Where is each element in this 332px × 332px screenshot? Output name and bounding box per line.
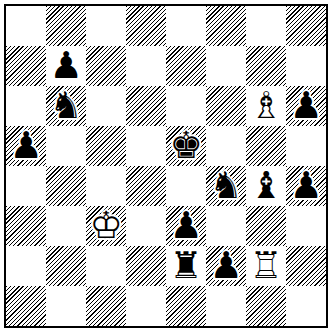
square-g5[interactable]: [246, 126, 286, 166]
square-d2[interactable]: [126, 246, 166, 286]
square-h4[interactable]: ♟: [286, 166, 326, 206]
black-pawn-h4: ♟: [286, 166, 326, 206]
square-h1[interactable]: [286, 286, 326, 326]
square-e6[interactable]: [166, 86, 206, 126]
square-a1[interactable]: [6, 286, 46, 326]
black-pawn-a5: ♟: [6, 126, 46, 166]
square-g1[interactable]: [246, 286, 286, 326]
square-d4[interactable]: [126, 166, 166, 206]
square-h6[interactable]: ♟: [286, 86, 326, 126]
black-pawn-e3: ♟: [166, 206, 206, 246]
black-pawn-h6: ♟: [286, 86, 326, 126]
square-d3[interactable]: [126, 206, 166, 246]
square-c5[interactable]: [86, 126, 126, 166]
square-g2[interactable]: ♜♖: [246, 246, 286, 286]
square-f1[interactable]: [206, 286, 246, 326]
square-e3[interactable]: ♟: [166, 206, 206, 246]
white-bishop-g6: ♝♗: [246, 86, 286, 126]
square-d6[interactable]: [126, 86, 166, 126]
square-e4[interactable]: [166, 166, 206, 206]
square-d7[interactable]: [126, 46, 166, 86]
black-knight-b6: ♞: [46, 86, 86, 126]
black-pawn-b7: ♟: [46, 46, 86, 86]
chess-diagram: ♟♞♝♗♟♟♚♞♝♟♚♔♟♜♟♜♖: [0, 0, 332, 332]
black-pawn-f2: ♟: [206, 246, 246, 286]
square-e2[interactable]: ♜: [166, 246, 206, 286]
square-a3[interactable]: [6, 206, 46, 246]
square-a4[interactable]: [6, 166, 46, 206]
square-b3[interactable]: [46, 206, 86, 246]
square-c6[interactable]: [86, 86, 126, 126]
square-h2[interactable]: [286, 246, 326, 286]
square-d8[interactable]: [126, 6, 166, 46]
square-c4[interactable]: [86, 166, 126, 206]
square-c8[interactable]: [86, 6, 126, 46]
square-b6[interactable]: ♞: [46, 86, 86, 126]
chess-board: ♟♞♝♗♟♟♚♞♝♟♚♔♟♜♟♜♖: [6, 6, 326, 326]
square-g8[interactable]: [246, 6, 286, 46]
board-frame: ♟♞♝♗♟♟♚♞♝♟♚♔♟♜♟♜♖: [4, 4, 328, 328]
square-b5[interactable]: [46, 126, 86, 166]
square-g6[interactable]: ♝♗: [246, 86, 286, 126]
square-e7[interactable]: [166, 46, 206, 86]
square-h5[interactable]: [286, 126, 326, 166]
square-d5[interactable]: [126, 126, 166, 166]
square-a5[interactable]: ♟: [6, 126, 46, 166]
square-f7[interactable]: [206, 46, 246, 86]
square-f2[interactable]: ♟: [206, 246, 246, 286]
square-d1[interactable]: [126, 286, 166, 326]
square-c7[interactable]: [86, 46, 126, 86]
square-c1[interactable]: [86, 286, 126, 326]
white-rook-g2: ♜♖: [246, 246, 286, 286]
square-b2[interactable]: [46, 246, 86, 286]
square-f3[interactable]: [206, 206, 246, 246]
black-rook-e2: ♜: [166, 246, 206, 286]
square-f8[interactable]: [206, 6, 246, 46]
square-b1[interactable]: [46, 286, 86, 326]
square-c3[interactable]: ♚♔: [86, 206, 126, 246]
square-c2[interactable]: [86, 246, 126, 286]
square-a7[interactable]: [6, 46, 46, 86]
square-f4[interactable]: ♞: [206, 166, 246, 206]
square-a2[interactable]: [6, 246, 46, 286]
black-king-e5: ♚: [166, 126, 206, 166]
square-e1[interactable]: [166, 286, 206, 326]
square-g7[interactable]: [246, 46, 286, 86]
square-b4[interactable]: [46, 166, 86, 206]
square-f6[interactable]: [206, 86, 246, 126]
square-g4[interactable]: ♝: [246, 166, 286, 206]
square-h7[interactable]: [286, 46, 326, 86]
white-king-c3: ♚♔: [86, 206, 126, 246]
square-a6[interactable]: [6, 86, 46, 126]
black-knight-f4: ♞: [206, 166, 246, 206]
square-h3[interactable]: [286, 206, 326, 246]
black-bishop-g4: ♝: [246, 166, 286, 206]
square-a8[interactable]: [6, 6, 46, 46]
square-e5[interactable]: ♚: [166, 126, 206, 166]
square-h8[interactable]: [286, 6, 326, 46]
square-b7[interactable]: ♟: [46, 46, 86, 86]
square-f5[interactable]: [206, 126, 246, 166]
square-b8[interactable]: [46, 6, 86, 46]
square-g3[interactable]: [246, 206, 286, 246]
square-e8[interactable]: [166, 6, 206, 46]
